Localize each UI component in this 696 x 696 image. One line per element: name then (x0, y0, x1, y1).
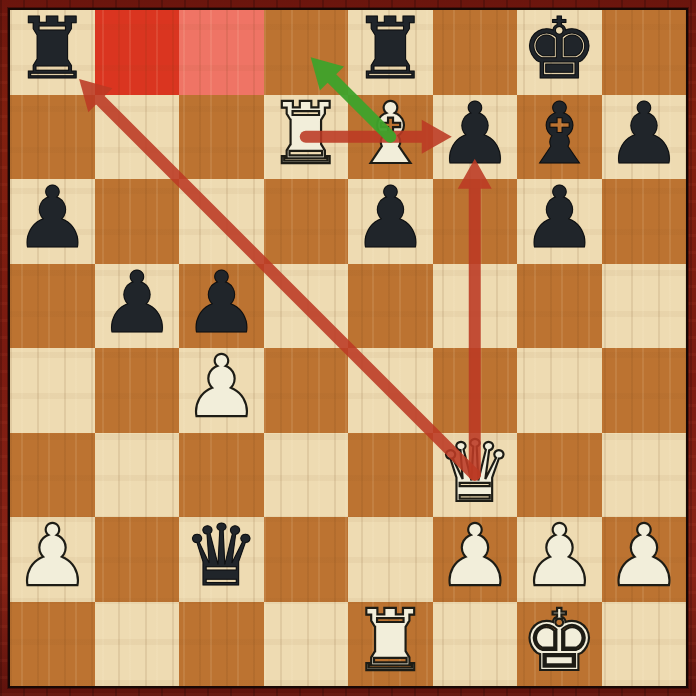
square-d3[interactable] (264, 433, 349, 518)
piece-white-pawn-f2[interactable]: ♟ (437, 514, 513, 599)
square-e8[interactable]: ♜ (348, 10, 433, 95)
square-b2[interactable] (95, 517, 180, 602)
piece-black-rook-e8[interactable]: ♜ (352, 7, 428, 92)
square-a7[interactable] (10, 95, 95, 180)
piece-black-queen-c2[interactable]: ♛ (183, 514, 259, 599)
square-b8[interactable] (95, 10, 180, 95)
square-a2[interactable]: ♟ (10, 517, 95, 602)
piece-white-bishop-e7[interactable]: ♝ (352, 92, 428, 177)
square-b3[interactable] (95, 433, 180, 518)
square-e5[interactable] (348, 264, 433, 349)
piece-white-pawn-a2[interactable]: ♟ (14, 514, 90, 599)
square-c7[interactable] (179, 95, 264, 180)
piece-white-pawn-h2[interactable]: ♟ (606, 514, 682, 599)
square-h2[interactable]: ♟ (602, 517, 687, 602)
square-f1[interactable] (433, 602, 518, 687)
square-f4[interactable] (433, 348, 518, 433)
piece-black-pawn-e6[interactable]: ♟ (352, 176, 428, 261)
square-f5[interactable] (433, 264, 518, 349)
square-g1[interactable]: ♚ (517, 602, 602, 687)
chess-app-window: ♜♜♚♜♝♟♝♟♟♟♟♟♟♟♛♟♛♟♟♟♜♚ (0, 0, 696, 696)
square-g3[interactable] (517, 433, 602, 518)
square-g7[interactable]: ♝ (517, 95, 602, 180)
square-f8[interactable] (433, 10, 518, 95)
piece-white-queen-f3[interactable]: ♛ (437, 430, 513, 515)
square-g5[interactable] (517, 264, 602, 349)
piece-white-rook-d7[interactable]: ♜ (268, 92, 344, 177)
square-d6[interactable] (264, 179, 349, 264)
piece-black-pawn-h7[interactable]: ♟ (606, 92, 682, 177)
piece-black-bishop-g7[interactable]: ♝ (521, 92, 597, 177)
square-b5[interactable]: ♟ (95, 264, 180, 349)
piece-white-pawn-g2[interactable]: ♟ (521, 514, 597, 599)
square-f2[interactable]: ♟ (433, 517, 518, 602)
square-a1[interactable] (10, 602, 95, 687)
square-d8[interactable] (264, 10, 349, 95)
square-c4[interactable]: ♟ (179, 348, 264, 433)
piece-white-rook-e1[interactable]: ♜ (352, 599, 428, 684)
square-g6[interactable]: ♟ (517, 179, 602, 264)
square-h6[interactable] (602, 179, 687, 264)
square-e2[interactable] (348, 517, 433, 602)
square-c8[interactable] (179, 10, 264, 95)
square-d7[interactable]: ♜ (264, 95, 349, 180)
square-c3[interactable] (179, 433, 264, 518)
piece-black-pawn-f7[interactable]: ♟ (437, 92, 513, 177)
piece-black-king-g8[interactable]: ♚ (521, 7, 597, 92)
square-e6[interactable]: ♟ (348, 179, 433, 264)
piece-white-pawn-c4[interactable]: ♟ (183, 345, 259, 430)
square-e7[interactable]: ♝ (348, 95, 433, 180)
square-b1[interactable] (95, 602, 180, 687)
square-h1[interactable] (602, 602, 687, 687)
square-h8[interactable] (602, 10, 687, 95)
square-g4[interactable] (517, 348, 602, 433)
square-f7[interactable]: ♟ (433, 95, 518, 180)
square-b4[interactable] (95, 348, 180, 433)
square-h5[interactable] (602, 264, 687, 349)
square-c5[interactable]: ♟ (179, 264, 264, 349)
piece-black-pawn-b5[interactable]: ♟ (99, 261, 175, 346)
square-a3[interactable] (10, 433, 95, 518)
square-a6[interactable]: ♟ (10, 179, 95, 264)
square-a5[interactable] (10, 264, 95, 349)
piece-black-pawn-a6[interactable]: ♟ (14, 176, 90, 261)
square-g8[interactable]: ♚ (517, 10, 602, 95)
square-d2[interactable] (264, 517, 349, 602)
square-d1[interactable] (264, 602, 349, 687)
chess-board: ♜♜♚♜♝♟♝♟♟♟♟♟♟♟♛♟♛♟♟♟♜♚ (10, 10, 686, 686)
square-f6[interactable] (433, 179, 518, 264)
square-e4[interactable] (348, 348, 433, 433)
square-f3[interactable]: ♛ (433, 433, 518, 518)
square-b7[interactable] (95, 95, 180, 180)
square-b6[interactable] (95, 179, 180, 264)
square-a8[interactable]: ♜ (10, 10, 95, 95)
piece-black-pawn-g6[interactable]: ♟ (521, 176, 597, 261)
square-c1[interactable] (179, 602, 264, 687)
piece-black-pawn-c5[interactable]: ♟ (183, 261, 259, 346)
square-h4[interactable] (602, 348, 687, 433)
square-a4[interactable] (10, 348, 95, 433)
square-e3[interactable] (348, 433, 433, 518)
square-d5[interactable] (264, 264, 349, 349)
square-h3[interactable] (602, 433, 687, 518)
square-e1[interactable]: ♜ (348, 602, 433, 687)
square-h7[interactable]: ♟ (602, 95, 687, 180)
piece-white-king-g1[interactable]: ♚ (521, 599, 597, 684)
square-c6[interactable] (179, 179, 264, 264)
square-d4[interactable] (264, 348, 349, 433)
piece-black-rook-a8[interactable]: ♜ (14, 7, 90, 92)
square-g2[interactable]: ♟ (517, 517, 602, 602)
square-c2[interactable]: ♛ (179, 517, 264, 602)
